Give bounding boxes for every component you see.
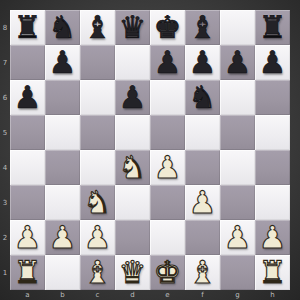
piece-white-bishop-c1[interactable]: ♝	[80, 255, 115, 290]
piece-white-pawn-e4[interactable]: ♟	[150, 150, 185, 185]
piece-black-pawn-d6[interactable]: ♟	[115, 80, 150, 115]
square-a2[interactable]: ♟	[10, 220, 45, 255]
chess-board: ♜♞♝♛♚♝♜♟♟♟♟♟♟♟♞♞♟♞♟♟♟♟♟♟♜♝♛♚♝♜	[10, 10, 290, 290]
square-d5[interactable]	[115, 115, 150, 150]
piece-black-bishop-f8[interactable]: ♝	[185, 10, 220, 45]
square-g4[interactable]	[220, 150, 255, 185]
piece-black-rook-h8[interactable]: ♜	[255, 10, 290, 45]
file-label-c: c	[80, 290, 115, 300]
file-label-d: d	[115, 290, 150, 300]
rank-label-1: 1	[0, 255, 10, 290]
rank-label-6: 6	[0, 80, 10, 115]
square-c3[interactable]: ♞	[80, 185, 115, 220]
file-label-b: b	[45, 290, 80, 300]
square-e1[interactable]: ♚	[150, 255, 185, 290]
piece-black-bishop-c8[interactable]: ♝	[80, 10, 115, 45]
square-g6[interactable]	[220, 80, 255, 115]
rank-label-8: 8	[0, 10, 10, 45]
file-label-g: g	[220, 290, 255, 300]
square-h4[interactable]	[255, 150, 290, 185]
square-b5[interactable]	[45, 115, 80, 150]
piece-white-rook-a1[interactable]: ♜	[10, 255, 45, 290]
piece-black-queen-d8[interactable]: ♛	[115, 10, 150, 45]
square-g5[interactable]	[220, 115, 255, 150]
square-a3[interactable]	[10, 185, 45, 220]
square-b7[interactable]: ♟	[45, 45, 80, 80]
square-b6[interactable]	[45, 80, 80, 115]
square-c1[interactable]: ♝	[80, 255, 115, 290]
piece-black-pawn-h7[interactable]: ♟	[255, 45, 290, 80]
square-c8[interactable]: ♝	[80, 10, 115, 45]
piece-white-king-e1[interactable]: ♚	[150, 255, 185, 290]
square-a1[interactable]: ♜	[10, 255, 45, 290]
piece-white-pawn-g2[interactable]: ♟	[220, 220, 255, 255]
piece-white-knight-c3[interactable]: ♞	[80, 185, 115, 220]
square-e7[interactable]: ♟	[150, 45, 185, 80]
square-e5[interactable]	[150, 115, 185, 150]
piece-black-pawn-b7[interactable]: ♟	[45, 45, 80, 80]
piece-white-pawn-b2[interactable]: ♟	[45, 220, 80, 255]
square-d4[interactable]: ♞	[115, 150, 150, 185]
piece-black-pawn-a6[interactable]: ♟	[10, 80, 45, 115]
piece-black-pawn-e7[interactable]: ♟	[150, 45, 185, 80]
square-a4[interactable]	[10, 150, 45, 185]
square-f4[interactable]	[185, 150, 220, 185]
piece-white-pawn-h2[interactable]: ♟	[255, 220, 290, 255]
square-h1[interactable]: ♜	[255, 255, 290, 290]
square-d6[interactable]: ♟	[115, 80, 150, 115]
piece-white-knight-d4[interactable]: ♞	[115, 150, 150, 185]
chess-board-window: ♜♞♝♛♚♝♜♟♟♟♟♟♟♟♞♞♟♞♟♟♟♟♟♟♜♝♛♚♝♜ 87654321 …	[0, 0, 300, 300]
square-c2[interactable]: ♟	[80, 220, 115, 255]
piece-black-king-e8[interactable]: ♚	[150, 10, 185, 45]
square-a7[interactable]	[10, 45, 45, 80]
rank-label-5: 5	[0, 115, 10, 150]
piece-white-rook-h1[interactable]: ♜	[255, 255, 290, 290]
square-d3[interactable]	[115, 185, 150, 220]
piece-black-pawn-g7[interactable]: ♟	[220, 45, 255, 80]
square-c7[interactable]	[80, 45, 115, 80]
piece-white-queen-d1[interactable]: ♛	[115, 255, 150, 290]
square-e2[interactable]	[150, 220, 185, 255]
square-f2[interactable]	[185, 220, 220, 255]
piece-white-pawn-a2[interactable]: ♟	[10, 220, 45, 255]
square-g8[interactable]	[220, 10, 255, 45]
square-e4[interactable]: ♟	[150, 150, 185, 185]
square-d2[interactable]	[115, 220, 150, 255]
square-c5[interactable]	[80, 115, 115, 150]
rank-label-7: 7	[0, 45, 10, 80]
square-h5[interactable]	[255, 115, 290, 150]
square-a8[interactable]: ♜	[10, 10, 45, 45]
piece-white-pawn-f3[interactable]: ♟	[185, 185, 220, 220]
square-a6[interactable]: ♟	[10, 80, 45, 115]
square-d8[interactable]: ♛	[115, 10, 150, 45]
square-a5[interactable]	[10, 115, 45, 150]
square-e8[interactable]: ♚	[150, 10, 185, 45]
square-g3[interactable]	[220, 185, 255, 220]
square-d1[interactable]: ♛	[115, 255, 150, 290]
piece-black-rook-a8[interactable]: ♜	[10, 10, 45, 45]
file-label-a: a	[10, 290, 45, 300]
square-e6[interactable]	[150, 80, 185, 115]
piece-black-knight-f6[interactable]: ♞	[185, 80, 220, 115]
file-label-e: e	[150, 290, 185, 300]
square-d7[interactable]	[115, 45, 150, 80]
rank-label-2: 2	[0, 220, 10, 255]
square-b8[interactable]: ♞	[45, 10, 80, 45]
file-label-f: f	[185, 290, 220, 300]
square-b2[interactable]: ♟	[45, 220, 80, 255]
piece-black-pawn-f7[interactable]: ♟	[185, 45, 220, 80]
rank-label-4: 4	[0, 150, 10, 185]
square-c4[interactable]	[80, 150, 115, 185]
square-h6[interactable]	[255, 80, 290, 115]
square-b3[interactable]	[45, 185, 80, 220]
square-h2[interactable]: ♟	[255, 220, 290, 255]
square-g7[interactable]: ♟	[220, 45, 255, 80]
square-h3[interactable]	[255, 185, 290, 220]
square-g1[interactable]	[220, 255, 255, 290]
square-b1[interactable]	[45, 255, 80, 290]
rank-label-3: 3	[0, 185, 10, 220]
square-f3[interactable]: ♟	[185, 185, 220, 220]
square-f8[interactable]: ♝	[185, 10, 220, 45]
square-f6[interactable]: ♞	[185, 80, 220, 115]
file-label-h: h	[255, 290, 290, 300]
square-f7[interactable]: ♟	[185, 45, 220, 80]
piece-white-pawn-c2[interactable]: ♟	[80, 220, 115, 255]
square-g2[interactable]: ♟	[220, 220, 255, 255]
square-b4[interactable]	[45, 150, 80, 185]
square-e3[interactable]	[150, 185, 185, 220]
piece-white-bishop-f1[interactable]: ♝	[185, 255, 220, 290]
square-c6[interactable]	[80, 80, 115, 115]
piece-black-knight-b8[interactable]: ♞	[45, 10, 80, 45]
square-f1[interactable]: ♝	[185, 255, 220, 290]
square-h8[interactable]: ♜	[255, 10, 290, 45]
square-h7[interactable]: ♟	[255, 45, 290, 80]
square-f5[interactable]	[185, 115, 220, 150]
